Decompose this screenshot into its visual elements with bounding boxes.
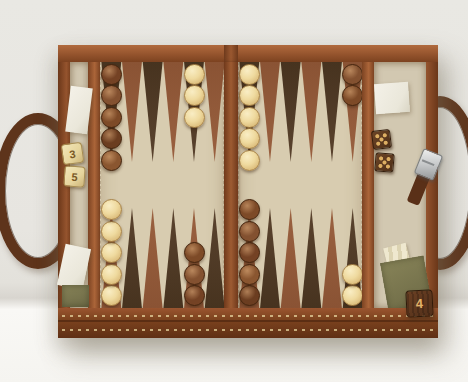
board-right-half bbox=[238, 62, 362, 308]
cream-checker-point-19[interactable] bbox=[239, 107, 260, 128]
top-wood-rail bbox=[58, 45, 438, 63]
cream-checker-point-17[interactable] bbox=[184, 107, 205, 128]
center-bar[interactable] bbox=[224, 62, 238, 308]
wooden-die[interactable] bbox=[374, 152, 395, 173]
bottom-leather-edge bbox=[58, 308, 438, 338]
brown-checker-point-6[interactable] bbox=[239, 221, 260, 242]
point-3[interactable] bbox=[301, 208, 322, 308]
point-11[interactable] bbox=[122, 208, 143, 308]
point-9[interactable] bbox=[163, 208, 184, 308]
brown-checker-point-13[interactable] bbox=[101, 128, 122, 149]
point-4[interactable] bbox=[280, 208, 301, 308]
die-value: 5 bbox=[71, 170, 78, 182]
hinge-post bbox=[224, 45, 238, 62]
point-5[interactable] bbox=[260, 208, 281, 308]
brown-checker-point-8[interactable] bbox=[184, 285, 205, 306]
bone-die[interactable]: 5 bbox=[63, 165, 85, 187]
brown-checker-point-6[interactable] bbox=[239, 264, 260, 285]
brown-checker-point-6[interactable] bbox=[239, 242, 260, 263]
cream-checker-point-12[interactable] bbox=[101, 199, 122, 220]
foam-block bbox=[374, 82, 410, 114]
cream-checker-point-17[interactable] bbox=[184, 85, 205, 106]
cream-checker-point-19[interactable] bbox=[239, 128, 260, 149]
right-inner-rail bbox=[362, 62, 374, 308]
cream-checker-point-19[interactable] bbox=[239, 64, 260, 85]
brown-checker-point-13[interactable] bbox=[101, 85, 122, 106]
point-15[interactable] bbox=[142, 62, 163, 162]
stitching bbox=[62, 329, 434, 331]
brown-checker-point-24[interactable] bbox=[342, 64, 363, 85]
brown-checker-point-24[interactable] bbox=[342, 85, 363, 106]
bone-die[interactable]: 3 bbox=[61, 142, 85, 166]
stitching bbox=[62, 315, 434, 317]
point-22[interactable] bbox=[301, 62, 322, 162]
brown-checker-point-6[interactable] bbox=[239, 199, 260, 220]
brown-checker-point-8[interactable] bbox=[184, 264, 205, 285]
cream-checker-point-17[interactable] bbox=[184, 64, 205, 85]
point-21[interactable] bbox=[280, 62, 301, 162]
cream-checker-point-12[interactable] bbox=[101, 242, 122, 263]
point-2[interactable] bbox=[322, 208, 343, 308]
point-20[interactable] bbox=[260, 62, 281, 162]
cream-checker-point-19[interactable] bbox=[239, 85, 260, 106]
right-outer-wall bbox=[426, 62, 438, 308]
point-10[interactable] bbox=[142, 208, 163, 308]
board-left-half bbox=[100, 62, 224, 308]
cream-checker-point-19[interactable] bbox=[239, 150, 260, 171]
photo-backdrop: 3 5 4 bbox=[0, 0, 468, 382]
doubling-cube-value: 4 bbox=[415, 296, 423, 311]
cream-checker-point-1[interactable] bbox=[342, 285, 363, 306]
die-value: 3 bbox=[69, 147, 77, 160]
cream-checker-point-12[interactable] bbox=[101, 285, 122, 306]
brown-checker-point-8[interactable] bbox=[184, 242, 205, 263]
point-7[interactable] bbox=[204, 208, 225, 308]
point-18[interactable] bbox=[204, 62, 225, 162]
cream-checker-point-12[interactable] bbox=[101, 221, 122, 242]
point-23[interactable] bbox=[322, 62, 343, 162]
cream-checker-point-1[interactable] bbox=[342, 264, 363, 285]
doubling-cube[interactable]: 4 bbox=[405, 289, 433, 317]
wooden-die[interactable] bbox=[371, 129, 392, 150]
brown-checker-point-13[interactable] bbox=[101, 107, 122, 128]
brown-checker-point-13[interactable] bbox=[101, 150, 122, 171]
backgammon-case: 3 5 4 bbox=[58, 45, 438, 338]
brown-checker-point-13[interactable] bbox=[101, 64, 122, 85]
olive-felt-strap bbox=[62, 285, 89, 307]
case-seam bbox=[58, 320, 438, 322]
brown-checker-point-6[interactable] bbox=[239, 285, 260, 306]
cream-checker-point-12[interactable] bbox=[101, 264, 122, 285]
point-14[interactable] bbox=[122, 62, 143, 162]
point-16[interactable] bbox=[163, 62, 184, 162]
